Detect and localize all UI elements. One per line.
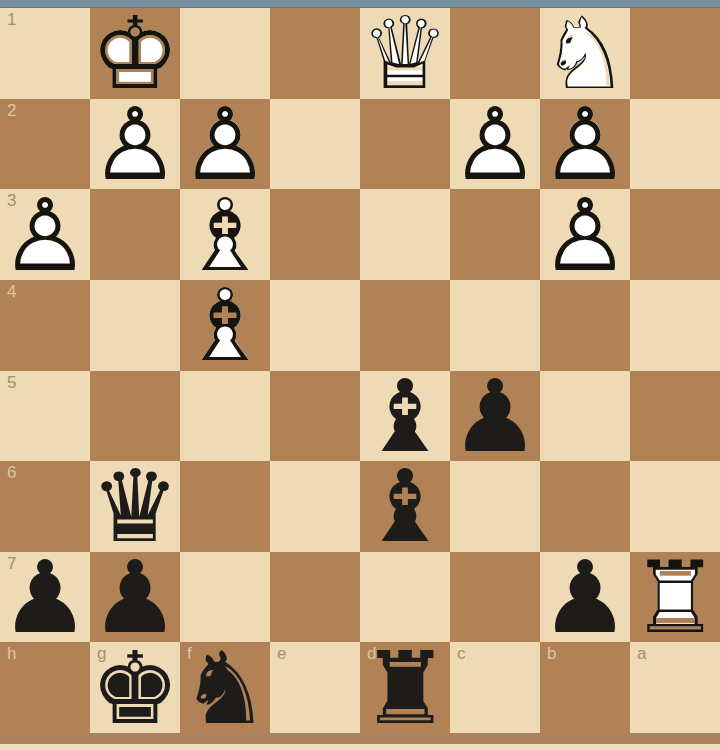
white-rook-a7[interactable]: ♜♖ xyxy=(630,552,720,643)
black-king-g8[interactable]: ♚ xyxy=(90,642,180,733)
black-knight-f8[interactable]: ♞ xyxy=(180,642,270,733)
square-h1[interactable]: 1 xyxy=(0,8,90,99)
square-a4[interactable] xyxy=(630,280,720,371)
chess-board: 1♚♔♛♕♞♘2♟♙♟♙♟♙♟♙3♟♙♝♗♟♙4♝♗5♝♟6♛♝7♟♟♟♜♖hg… xyxy=(0,8,720,733)
white-bishop-outline: ♗ xyxy=(180,281,270,372)
black-bishop-glyph: ♝ xyxy=(360,462,450,553)
black-pawn-glyph: ♟ xyxy=(540,553,630,644)
square-b7[interactable]: ♟ xyxy=(540,552,630,643)
white-pawn-outline: ♙ xyxy=(0,190,90,281)
square-f6[interactable] xyxy=(180,461,270,552)
black-rook-glyph: ♜ xyxy=(360,643,450,734)
square-a1[interactable] xyxy=(630,8,720,99)
square-f8[interactable]: f♞ xyxy=(180,642,270,733)
square-h8[interactable]: h xyxy=(0,642,90,733)
white-pawn-g2[interactable]: ♟♙ xyxy=(90,99,180,190)
white-queen-outline: ♕ xyxy=(360,9,450,100)
square-g3[interactable] xyxy=(90,189,180,280)
file-label-c: c xyxy=(457,644,466,664)
square-d6[interactable]: ♝ xyxy=(360,461,450,552)
square-c8[interactable]: c xyxy=(450,642,540,733)
square-c6[interactable] xyxy=(450,461,540,552)
file-label-b: b xyxy=(547,644,557,664)
white-pawn-outline: ♙ xyxy=(90,100,180,191)
square-e7[interactable] xyxy=(270,552,360,643)
rank-label-5: 5 xyxy=(7,373,17,393)
black-pawn-glyph: ♟ xyxy=(0,553,90,644)
square-h3[interactable]: 3♟♙ xyxy=(0,189,90,280)
square-a5[interactable] xyxy=(630,371,720,462)
square-a2[interactable] xyxy=(630,99,720,190)
square-e8[interactable]: e xyxy=(270,642,360,733)
square-h5[interactable]: 5 xyxy=(0,371,90,462)
square-c3[interactable] xyxy=(450,189,540,280)
square-a7[interactable]: ♜♖ xyxy=(630,552,720,643)
white-pawn-outline: ♙ xyxy=(540,190,630,281)
white-pawn-c2[interactable]: ♟♙ xyxy=(450,99,540,190)
white-pawn-h3[interactable]: ♟♙ xyxy=(0,189,90,280)
square-f5[interactable] xyxy=(180,371,270,462)
square-d1[interactable]: ♛♕ xyxy=(360,8,450,99)
square-g4[interactable] xyxy=(90,280,180,371)
file-label-h: h xyxy=(7,644,17,664)
black-pawn-glyph: ♟ xyxy=(450,372,540,463)
file-label-e: e xyxy=(277,644,287,664)
square-g2[interactable]: ♟♙ xyxy=(90,99,180,190)
rank-label-1: 1 xyxy=(7,10,17,30)
rank-label-4: 4 xyxy=(7,282,17,302)
square-h4[interactable]: 4 xyxy=(0,280,90,371)
black-knight-glyph: ♞ xyxy=(180,643,270,734)
rank-label-2: 2 xyxy=(7,101,17,121)
square-c7[interactable] xyxy=(450,552,540,643)
square-e6[interactable] xyxy=(270,461,360,552)
black-bishop-d6[interactable]: ♝ xyxy=(360,461,450,552)
black-pawn-c5[interactable]: ♟ xyxy=(450,371,540,462)
black-pawn-h7[interactable]: ♟ xyxy=(0,552,90,643)
square-e2[interactable] xyxy=(270,99,360,190)
white-queen-d1[interactable]: ♛♕ xyxy=(360,8,450,99)
white-pawn-b3[interactable]: ♟♙ xyxy=(540,189,630,280)
square-e3[interactable] xyxy=(270,189,360,280)
black-rook-d8[interactable]: ♜ xyxy=(360,642,450,733)
square-c5[interactable]: ♟ xyxy=(450,371,540,462)
square-d2[interactable] xyxy=(360,99,450,190)
square-e1[interactable] xyxy=(270,8,360,99)
white-bishop-f4[interactable]: ♝♗ xyxy=(180,280,270,371)
square-h7[interactable]: 7♟ xyxy=(0,552,90,643)
square-e4[interactable] xyxy=(270,280,360,371)
chess-app-screen: 1♚♔♛♕♞♘2♟♙♟♙♟♙♟♙3♟♙♝♗♟♙4♝♗5♝♟6♛♝7♟♟♟♜♖hg… xyxy=(0,0,720,750)
square-d8[interactable]: d♜ xyxy=(360,642,450,733)
square-g8[interactable]: g♚ xyxy=(90,642,180,733)
white-pawn-outline: ♙ xyxy=(450,100,540,191)
square-b8[interactable]: b xyxy=(540,642,630,733)
square-b3[interactable]: ♟♙ xyxy=(540,189,630,280)
black-king-glyph: ♚ xyxy=(90,643,180,734)
file-label-a: a xyxy=(637,644,647,664)
black-pawn-b7[interactable]: ♟ xyxy=(540,552,630,643)
square-b4[interactable] xyxy=(540,280,630,371)
square-b5[interactable] xyxy=(540,371,630,462)
square-a3[interactable] xyxy=(630,189,720,280)
square-f4[interactable]: ♝♗ xyxy=(180,280,270,371)
white-rook-outline: ♖ xyxy=(630,553,720,644)
rank-label-6: 6 xyxy=(7,463,17,483)
square-d3[interactable] xyxy=(360,189,450,280)
square-c2[interactable]: ♟♙ xyxy=(450,99,540,190)
square-e5[interactable] xyxy=(270,371,360,462)
square-a8[interactable]: a xyxy=(630,642,720,733)
